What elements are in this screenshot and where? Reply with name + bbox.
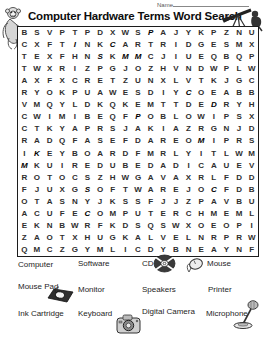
grid-cell-r19c8[interactable]: L <box>106 244 119 256</box>
grid-cell-r5c15[interactable]: T <box>195 75 208 87</box>
grid-cell-r9c9[interactable]: J <box>119 123 132 135</box>
grid-cell-r1c11[interactable]: P <box>144 27 157 39</box>
grid-cell-r18c11[interactable]: L <box>144 232 157 244</box>
grid-cell-r1c12[interactable]: A <box>157 27 170 39</box>
grid-cell-r1c16[interactable]: P <box>207 27 220 39</box>
grid-cell-r14c8[interactable]: F <box>106 184 119 196</box>
grid-cell-r14c12[interactable]: R <box>157 184 170 196</box>
grid-cell-r18c4[interactable]: T <box>56 232 69 244</box>
grid-cell-r7c10[interactable]: E <box>132 99 145 111</box>
grid-cell-r12c9[interactable]: B <box>119 160 132 172</box>
grid-cell-r19c2[interactable]: M <box>31 244 44 256</box>
grid-cell-r6c5[interactable]: P <box>69 87 82 99</box>
grid-cell-r2c5[interactable]: I <box>69 39 82 51</box>
grid-cell-r19c1[interactable]: Q <box>18 244 31 256</box>
grid-cell-r15c2[interactable]: T <box>31 196 44 208</box>
grid-cell-r8c3[interactable]: I <box>43 111 56 123</box>
grid-cell-r16c15[interactable]: H <box>195 208 208 220</box>
grid-cell-r5c12[interactable]: X <box>157 75 170 87</box>
grid-cell-r6c3[interactable]: O <box>43 87 56 99</box>
grid-cell-r8c1[interactable]: C <box>18 111 31 123</box>
grid-cell-r16c17[interactable]: E <box>220 208 233 220</box>
grid-cell-r8c19[interactable]: X <box>245 111 258 123</box>
grid-cell-r17c13[interactable]: W <box>170 220 183 232</box>
grid-cell-r9c3[interactable]: K <box>43 123 56 135</box>
grid-cell-r12c3[interactable]: U <box>43 160 56 172</box>
grid-cell-r17c1[interactable]: E <box>18 220 31 232</box>
grid-cell-r3c10[interactable]: M <box>132 51 145 63</box>
grid-cell-r8c11[interactable]: O <box>144 111 157 123</box>
grid-cell-r1c13[interactable]: J <box>170 27 183 39</box>
grid-cell-r9c18[interactable]: J <box>233 123 246 135</box>
grid-cell-r5c10[interactable]: U <box>132 75 145 87</box>
grid-cell-r11c11[interactable]: M <box>144 148 157 160</box>
grid-cell-r10c12[interactable]: R <box>157 135 170 147</box>
grid-cell-r17c8[interactable]: K <box>106 220 119 232</box>
grid-cell-r3c6[interactable]: N <box>81 51 94 63</box>
grid-cell-r15c10[interactable]: S <box>132 196 145 208</box>
grid-cell-r14c19[interactable]: B <box>245 184 258 196</box>
grid-cell-r5c9[interactable]: Z <box>119 75 132 87</box>
grid-cell-r14c4[interactable]: X <box>56 184 69 196</box>
grid-cell-r11c4[interactable]: Y <box>56 148 69 160</box>
grid-cell-r13c5[interactable]: C <box>69 172 82 184</box>
grid-cell-r14c6[interactable]: S <box>81 184 94 196</box>
grid-cell-r3c17[interactable]: B <box>220 51 233 63</box>
grid-cell-r11c8[interactable]: R <box>106 148 119 160</box>
grid-cell-r1c4[interactable]: P <box>56 27 69 39</box>
grid-cell-r17c9[interactable]: D <box>119 220 132 232</box>
grid-cell-r18c13[interactable]: E <box>170 232 183 244</box>
grid-cell-r11c18[interactable]: W <box>233 148 246 160</box>
grid-cell-r14c14[interactable]: J <box>182 184 195 196</box>
grid-cell-r3c19[interactable]: P <box>245 51 258 63</box>
grid-cell-r7c18[interactable]: Y <box>233 99 246 111</box>
grid-cell-r16c3[interactable]: U <box>43 208 56 220</box>
grid-cell-r16c18[interactable]: M <box>233 208 246 220</box>
grid-cell-r17c19[interactable]: I <box>245 220 258 232</box>
grid-cell-r14c5[interactable]: G <box>69 184 82 196</box>
grid-cell-r4c12[interactable]: H <box>157 63 170 75</box>
grid-cell-r1c18[interactable]: N <box>233 27 246 39</box>
grid-cell-r2c15[interactable]: G <box>195 39 208 51</box>
grid-cell-r8c7[interactable]: E <box>94 111 107 123</box>
grid-cell-r3c3[interactable]: X <box>43 51 56 63</box>
grid-cell-r11c12[interactable]: R <box>157 148 170 160</box>
grid-cell-r5c13[interactable]: L <box>170 75 183 87</box>
grid-cell-r14c18[interactable]: D <box>233 184 246 196</box>
grid-cell-r3c13[interactable]: I <box>170 51 183 63</box>
grid-cell-r5c3[interactable]: F <box>43 75 56 87</box>
grid-cell-r3c7[interactable]: S <box>94 51 107 63</box>
grid-cell-r2c7[interactable]: K <box>94 39 107 51</box>
grid-cell-r7c19[interactable]: H <box>245 99 258 111</box>
grid-cell-r3c8[interactable]: K <box>106 51 119 63</box>
grid-cell-r15c13[interactable]: J <box>170 196 183 208</box>
grid-cell-r4c18[interactable]: L <box>233 63 246 75</box>
grid-cell-r9c6[interactable]: P <box>81 123 94 135</box>
grid-cell-r16c2[interactable]: C <box>31 208 44 220</box>
grid-cell-r12c5[interactable]: R <box>69 160 82 172</box>
grid-cell-r4c3[interactable]: X <box>43 63 56 75</box>
grid-cell-r10c10[interactable]: D <box>132 135 145 147</box>
grid-cell-r12c19[interactable]: V <box>245 160 258 172</box>
grid-cell-r18c17[interactable]: P <box>220 232 233 244</box>
grid-cell-r2c1[interactable]: C <box>18 39 31 51</box>
grid-cell-r10c8[interactable]: E <box>106 135 119 147</box>
grid-cell-r2c9[interactable]: A <box>119 39 132 51</box>
grid-cell-r5c4[interactable]: X <box>56 75 69 87</box>
grid-cell-r3c4[interactable]: F <box>56 51 69 63</box>
grid-cell-r8c6[interactable]: B <box>81 111 94 123</box>
grid-cell-r13c19[interactable]: D <box>245 172 258 184</box>
grid-cell-r9c11[interactable]: K <box>144 123 157 135</box>
grid-cell-r19c19[interactable]: F <box>245 244 258 256</box>
grid-cell-r8c12[interactable]: B <box>157 111 170 123</box>
grid-cell-r13c17[interactable]: F <box>220 172 233 184</box>
grid-cell-r9c10[interactable]: A <box>132 123 145 135</box>
grid-cell-r5c1[interactable]: A <box>18 75 31 87</box>
grid-cell-r13c6[interactable]: S <box>81 172 94 184</box>
grid-cell-r4c10[interactable]: O <box>132 63 145 75</box>
grid-cell-r2c14[interactable]: D <box>182 39 195 51</box>
grid-cell-r7c11[interactable]: M <box>144 99 157 111</box>
grid-cell-r15c15[interactable]: P <box>195 196 208 208</box>
grid-cell-r13c8[interactable]: H <box>106 172 119 184</box>
grid-cell-r6c8[interactable]: W <box>106 87 119 99</box>
grid-cell-r12c17[interactable]: U <box>220 160 233 172</box>
grid-cell-r6c9[interactable]: E <box>119 87 132 99</box>
grid-cell-r18c10[interactable]: A <box>132 232 145 244</box>
grid-cell-r17c10[interactable]: S <box>132 220 145 232</box>
grid-cell-r3c2[interactable]: E <box>31 51 44 63</box>
grid-cell-r11c13[interactable]: L <box>170 148 183 160</box>
grid-cell-r1c9[interactable]: W <box>119 27 132 39</box>
grid-cell-r11c2[interactable]: K <box>31 148 44 160</box>
grid-cell-r8c4[interactable]: M <box>56 111 69 123</box>
grid-cell-r18c12[interactable]: V <box>157 232 170 244</box>
grid-cell-r12c8[interactable]: U <box>106 160 119 172</box>
grid-cell-r9c5[interactable]: A <box>69 123 82 135</box>
grid-cell-r11c15[interactable]: I <box>195 148 208 160</box>
grid-cell-r10c16[interactable]: I <box>207 135 220 147</box>
grid-cell-r15c14[interactable]: Z <box>182 196 195 208</box>
grid-cell-r16c19[interactable]: L <box>245 208 258 220</box>
grid-cell-r8c9[interactable]: F <box>119 111 132 123</box>
grid-cell-r7c6[interactable]: D <box>81 99 94 111</box>
grid-cell-r12c6[interactable]: E <box>81 160 94 172</box>
grid-cell-r17c4[interactable]: B <box>56 220 69 232</box>
grid-cell-r19c5[interactable]: G <box>69 244 82 256</box>
grid-cell-r16c13[interactable]: R <box>170 208 183 220</box>
grid-cell-r6c2[interactable]: Y <box>31 87 44 99</box>
grid-cell-r2c18[interactable]: M <box>233 39 246 51</box>
grid-cell-r13c2[interactable]: O <box>31 172 44 184</box>
grid-cell-r14c15[interactable]: O <box>195 184 208 196</box>
grid-cell-r6c14[interactable]: C <box>182 87 195 99</box>
grid-cell-r16c12[interactable]: E <box>157 208 170 220</box>
grid-cell-r11c19[interactable]: M <box>245 148 258 160</box>
grid-cell-r11c1[interactable]: I <box>18 148 31 160</box>
grid-cell-r7c1[interactable]: V <box>18 99 31 111</box>
grid-cell-r12c10[interactable]: E <box>132 160 145 172</box>
grid-cell-r12c11[interactable]: D <box>144 160 157 172</box>
grid-cell-r6c4[interactable]: K <box>56 87 69 99</box>
grid-cell-r1c14[interactable]: Y <box>182 27 195 39</box>
grid-cell-r17c11[interactable]: Q <box>144 220 157 232</box>
grid-cell-r1c3[interactable]: V <box>43 27 56 39</box>
grid-cell-r18c7[interactable]: U <box>94 232 107 244</box>
grid-cell-r15c9[interactable]: S <box>119 196 132 208</box>
grid-cell-r7c15[interactable]: E <box>195 99 208 111</box>
grid-cell-r3c12[interactable]: J <box>157 51 170 63</box>
grid-cell-r8c14[interactable]: O <box>182 111 195 123</box>
grid-cell-r4c5[interactable]: I <box>69 63 82 75</box>
grid-cell-r8c5[interactable]: I <box>69 111 82 123</box>
grid-cell-r6c10[interactable]: S <box>132 87 145 99</box>
grid-cell-r9c14[interactable]: Z <box>182 123 195 135</box>
grid-cell-r19c9[interactable]: I <box>119 244 132 256</box>
grid-cell-r5c8[interactable]: T <box>106 75 119 87</box>
grid-cell-r13c16[interactable]: L <box>207 172 220 184</box>
grid-cell-r9c15[interactable]: R <box>195 123 208 135</box>
grid-cell-r10c11[interactable]: A <box>144 135 157 147</box>
grid-cell-r4c11[interactable]: Z <box>144 63 157 75</box>
grid-cell-r16c10[interactable]: U <box>132 208 145 220</box>
grid-cell-r2c19[interactable]: X <box>245 39 258 51</box>
grid-cell-r13c7[interactable]: Z <box>94 172 107 184</box>
grid-cell-r18c14[interactable]: L <box>182 232 195 244</box>
grid-cell-r7c12[interactable]: T <box>157 99 170 111</box>
grid-cell-r7c13[interactable]: T <box>170 99 183 111</box>
grid-cell-r1c6[interactable]: P <box>81 27 94 39</box>
grid-cell-r2c3[interactable]: F <box>43 39 56 51</box>
grid-cell-r4c16[interactable]: W <box>207 63 220 75</box>
grid-cell-r4c6[interactable]: Z <box>81 63 94 75</box>
grid-cell-r15c12[interactable]: J <box>157 196 170 208</box>
grid-cell-r6c7[interactable]: A <box>94 87 107 99</box>
grid-cell-r15c6[interactable]: Y <box>81 196 94 208</box>
grid-cell-r15c5[interactable]: N <box>69 196 82 208</box>
grid-cell-r6c6[interactable]: U <box>81 87 94 99</box>
grid-cell-r4c14[interactable]: N <box>182 63 195 75</box>
grid-cell-r16c11[interactable]: T <box>144 208 157 220</box>
grid-cell-r14c3[interactable]: U <box>43 184 56 196</box>
grid-cell-r16c8[interactable]: M <box>106 208 119 220</box>
grid-cell-r3c1[interactable]: T <box>18 51 31 63</box>
grid-cell-r4c9[interactable]: J <box>119 63 132 75</box>
grid-cell-r12c12[interactable]: A <box>157 160 170 172</box>
grid-cell-r13c12[interactable]: V <box>157 172 170 184</box>
grid-cell-r9c7[interactable]: R <box>94 123 107 135</box>
grid-cell-r7c8[interactable]: Q <box>106 99 119 111</box>
grid-cell-r6c1[interactable]: R <box>18 87 31 99</box>
grid-cell-r13c18[interactable]: D <box>233 172 246 184</box>
grid-cell-r19c15[interactable]: E <box>195 244 208 256</box>
grid-cell-r19c7[interactable]: M <box>94 244 107 256</box>
grid-cell-r2c2[interactable]: X <box>31 39 44 51</box>
grid-cell-r16c9[interactable]: P <box>119 208 132 220</box>
grid-cell-r18c8[interactable]: G <box>106 232 119 244</box>
grid-cell-r11c14[interactable]: Y <box>182 148 195 160</box>
grid-cell-r1c15[interactable]: K <box>195 27 208 39</box>
grid-cell-r12c7[interactable]: D <box>94 160 107 172</box>
grid-cell-r18c9[interactable]: K <box>119 232 132 244</box>
grid-cell-r15c1[interactable]: O <box>18 196 31 208</box>
grid-cell-r10c15[interactable]: M <box>195 135 208 147</box>
grid-cell-r12c15[interactable]: C <box>195 160 208 172</box>
grid-cell-r1c17[interactable]: Z <box>220 27 233 39</box>
grid-cell-r13c3[interactable]: T <box>43 172 56 184</box>
grid-cell-r6c17[interactable]: A <box>220 87 233 99</box>
grid-cell-r3c5[interactable]: H <box>69 51 82 63</box>
grid-cell-r14c10[interactable]: W <box>132 184 145 196</box>
grid-cell-r4c15[interactable]: D <box>195 63 208 75</box>
grid-cell-r16c1[interactable]: A <box>18 208 31 220</box>
grid-cell-r18c15[interactable]: N <box>195 232 208 244</box>
grid-cell-r10c14[interactable]: O <box>182 135 195 147</box>
grid-cell-r10c2[interactable]: A <box>31 135 44 147</box>
grid-cell-r6c12[interactable]: I <box>157 87 170 99</box>
grid-cell-r7c17[interactable]: R <box>220 99 233 111</box>
grid-cell-r18c16[interactable]: R <box>207 232 220 244</box>
grid-cell-r19c4[interactable]: Z <box>56 244 69 256</box>
grid-cell-r17c7[interactable]: F <box>94 220 107 232</box>
grid-cell-r19c17[interactable]: Y <box>220 244 233 256</box>
grid-cell-r2c10[interactable]: R <box>132 39 145 51</box>
grid-cell-r9c12[interactable]: I <box>157 123 170 135</box>
grid-cell-r17c17[interactable]: O <box>220 220 233 232</box>
grid-cell-r6c13[interactable]: Y <box>170 87 183 99</box>
grid-cell-r1c8[interactable]: X <box>106 27 119 39</box>
grid-cell-r17c16[interactable]: E <box>207 220 220 232</box>
grid-cell-r2c13[interactable]: I <box>170 39 183 51</box>
grid-cell-r16c6[interactable]: C <box>81 208 94 220</box>
grid-cell-r10c9[interactable]: F <box>119 135 132 147</box>
grid-cell-r4c8[interactable]: G <box>106 63 119 75</box>
grid-cell-r6c16[interactable]: E <box>207 87 220 99</box>
grid-cell-r18c3[interactable]: O <box>43 232 56 244</box>
grid-cell-r3c18[interactable]: Q <box>233 51 246 63</box>
grid-cell-r15c3[interactable]: A <box>43 196 56 208</box>
grid-cell-r4c17[interactable]: P <box>220 63 233 75</box>
grid-cell-r2c4[interactable]: T <box>56 39 69 51</box>
grid-cell-r9c2[interactable]: T <box>31 123 44 135</box>
grid-cell-r2c8[interactable]: C <box>106 39 119 51</box>
grid-cell-r12c18[interactable]: E <box>233 160 246 172</box>
grid-cell-r17c3[interactable]: N <box>43 220 56 232</box>
grid-cell-r14c7[interactable]: O <box>94 184 107 196</box>
grid-cell-r8c16[interactable]: I <box>207 111 220 123</box>
grid-cell-r13c15[interactable]: R <box>195 172 208 184</box>
grid-cell-r8c18[interactable]: S <box>233 111 246 123</box>
grid-cell-r11c6[interactable]: O <box>81 148 94 160</box>
grid-cell-r12c2[interactable]: K <box>31 160 44 172</box>
grid-cell-r10c5[interactable]: F <box>69 135 82 147</box>
grid-cell-r3c15[interactable]: E <box>195 51 208 63</box>
grid-cell-r6c18[interactable]: B <box>233 87 246 99</box>
grid-cell-r10c7[interactable]: S <box>94 135 107 147</box>
grid-cell-r2c6[interactable]: N <box>81 39 94 51</box>
grid-cell-r14c1[interactable]: F <box>18 184 31 196</box>
grid-cell-r18c6[interactable]: H <box>81 232 94 244</box>
grid-cell-r5c16[interactable]: K <box>207 75 220 87</box>
grid-cell-r1c5[interactable]: T <box>69 27 82 39</box>
grid-cell-r9c13[interactable]: A <box>170 123 183 135</box>
grid-cell-r17c15[interactable]: O <box>195 220 208 232</box>
grid-cell-r10c1[interactable]: R <box>18 135 31 147</box>
grid-cell-r2c16[interactable]: E <box>207 39 220 51</box>
grid-cell-r17c5[interactable]: W <box>69 220 82 232</box>
grid-cell-r8c10[interactable]: P <box>132 111 145 123</box>
grid-cell-r14c9[interactable]: T <box>119 184 132 196</box>
grid-cell-r1c19[interactable]: U <box>245 27 258 39</box>
grid-cell-r8c17[interactable]: P <box>220 111 233 123</box>
grid-cell-r17c2[interactable]: K <box>31 220 44 232</box>
grid-cell-r16c14[interactable]: C <box>182 208 195 220</box>
grid-cell-r5c17[interactable]: J <box>220 75 233 87</box>
grid-cell-r7c9[interactable]: K <box>119 99 132 111</box>
grid-cell-r10c17[interactable]: P <box>220 135 233 147</box>
grid-cell-r17c14[interactable]: X <box>182 220 195 232</box>
grid-cell-r8c2[interactable]: W <box>31 111 44 123</box>
grid-cell-r15c17[interactable]: V <box>220 196 233 208</box>
grid-cell-r10c4[interactable]: Q <box>56 135 69 147</box>
grid-cell-r6c11[interactable]: D <box>144 87 157 99</box>
grid-cell-r3c9[interactable]: M <box>119 51 132 63</box>
grid-cell-r15c11[interactable]: F <box>144 196 157 208</box>
grid-cell-r6c15[interactable]: O <box>195 87 208 99</box>
grid-cell-r17c18[interactable]: P <box>233 220 246 232</box>
grid-cell-r4c1[interactable]: T <box>18 63 31 75</box>
grid-cell-r11c7[interactable]: A <box>94 148 107 160</box>
grid-cell-r19c14[interactable]: N <box>182 244 195 256</box>
grid-cell-r5c19[interactable]: C <box>245 75 258 87</box>
grid-cell-r1c10[interactable]: S <box>132 27 145 39</box>
grid-cell-r1c7[interactable]: D <box>94 27 107 39</box>
grid-cell-r10c18[interactable]: R <box>233 135 246 147</box>
grid-cell-r3c11[interactable]: C <box>144 51 157 63</box>
grid-cell-r18c19[interactable]: W <box>245 232 258 244</box>
grid-cell-r9c17[interactable]: N <box>220 123 233 135</box>
grid-cell-r9c8[interactable]: S <box>106 123 119 135</box>
grid-cell-r12c16[interactable]: A <box>207 160 220 172</box>
grid-cell-r14c16[interactable]: C <box>207 184 220 196</box>
grid-cell-r18c1[interactable]: Z <box>18 232 31 244</box>
grid-cell-r5c2[interactable]: X <box>31 75 44 87</box>
grid-cell-r18c18[interactable]: R <box>233 232 246 244</box>
grid-cell-r14c2[interactable]: J <box>31 184 44 196</box>
grid-cell-r15c8[interactable]: K <box>106 196 119 208</box>
grid-cell-r17c6[interactable]: R <box>81 220 94 232</box>
grid-cell-r13c11[interactable]: A <box>144 172 157 184</box>
grid-cell-r12c14[interactable]: I <box>182 160 195 172</box>
grid-cell-r2c12[interactable]: R <box>157 39 170 51</box>
grid-cell-r14c17[interactable]: F <box>220 184 233 196</box>
grid-cell-r11c5[interactable]: B <box>69 148 82 160</box>
grid-cell-r8c13[interactable]: L <box>170 111 183 123</box>
grid-cell-r17c12[interactable]: S <box>157 220 170 232</box>
grid-cell-r9c19[interactable]: D <box>245 123 258 135</box>
grid-cell-r4c19[interactable]: W <box>245 63 258 75</box>
grid-cell-r4c2[interactable]: W <box>31 63 44 75</box>
grid-cell-r7c7[interactable]: K <box>94 99 107 111</box>
grid-cell-r8c8[interactable]: Q <box>106 111 119 123</box>
grid-cell-r13c14[interactable]: X <box>182 172 195 184</box>
grid-cell-r9c1[interactable]: C <box>18 123 31 135</box>
grid-cell-r18c2[interactable]: A <box>31 232 44 244</box>
grid-cell-r5c6[interactable]: R <box>81 75 94 87</box>
